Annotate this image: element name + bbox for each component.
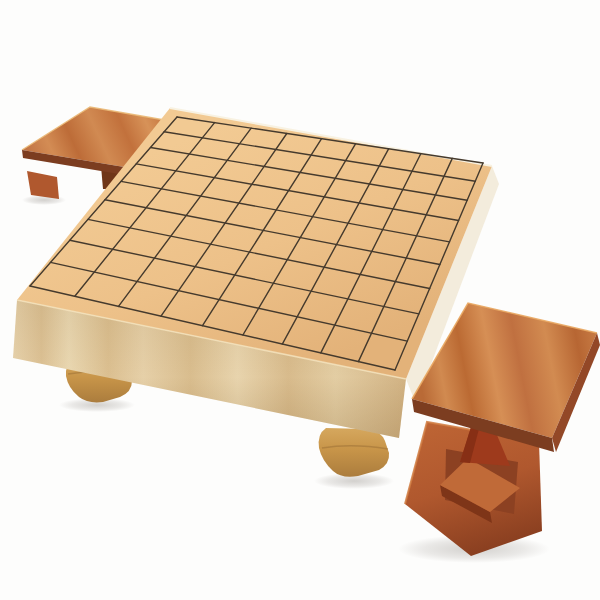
scene-canvas [0, 0, 600, 600]
shogi-equipment-photo [0, 0, 600, 600]
